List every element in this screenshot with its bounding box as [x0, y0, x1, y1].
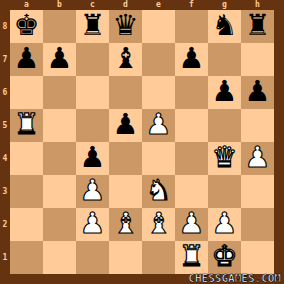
black-pawn[interactable]: ♟ — [14, 44, 40, 73]
black-pawn[interactable]: ♟ — [47, 44, 73, 73]
square-b5[interactable] — [43, 109, 76, 142]
square-f4[interactable] — [175, 142, 208, 175]
white-king[interactable]: ♚ — [212, 242, 238, 271]
square-a1[interactable] — [10, 241, 43, 274]
square-f7[interactable]: ♟ — [175, 43, 208, 76]
square-e7[interactable] — [142, 43, 175, 76]
site-watermark: CHESSGAMES.COM — [188, 273, 281, 284]
rank-labels: 87654321 — [0, 10, 10, 274]
square-e1[interactable] — [142, 241, 175, 274]
square-a6[interactable] — [10, 76, 43, 109]
square-h1[interactable] — [241, 241, 274, 274]
square-g5[interactable] — [208, 109, 241, 142]
square-e8[interactable] — [142, 10, 175, 43]
rank-label-5: 5 — [0, 109, 10, 142]
chessboard: ♚♜♛♞♜♟♟♝♟♟♟♜♟♟♟♛♟♟♞♟♝♝♟♟♜♚ — [10, 10, 274, 274]
square-g3[interactable] — [208, 175, 241, 208]
black-bishop[interactable]: ♝ — [113, 44, 139, 73]
black-pawn[interactable]: ♟ — [113, 110, 139, 139]
square-h6[interactable]: ♟ — [241, 76, 274, 109]
square-f1[interactable]: ♜ — [175, 241, 208, 274]
square-b6[interactable] — [43, 76, 76, 109]
square-d1[interactable] — [109, 241, 142, 274]
square-h3[interactable] — [241, 175, 274, 208]
black-pawn[interactable]: ♟ — [245, 77, 271, 106]
rank-label-1: 1 — [0, 241, 10, 274]
chessboard-frame: abcdefgh 87654321 ♚♜♛♞♜♟♟♝♟♟♟♜♟♟♟♛♟♟♞♟♝♝… — [0, 0, 284, 284]
square-c8[interactable]: ♜ — [76, 10, 109, 43]
square-h8[interactable]: ♜ — [241, 10, 274, 43]
black-rook[interactable]: ♜ — [245, 11, 271, 40]
square-d5[interactable]: ♟ — [109, 109, 142, 142]
square-d2[interactable]: ♝ — [109, 208, 142, 241]
square-d7[interactable]: ♝ — [109, 43, 142, 76]
rank-label-3: 3 — [0, 175, 10, 208]
file-label-e: e — [142, 0, 175, 10]
square-c3[interactable]: ♟ — [76, 175, 109, 208]
square-g7[interactable] — [208, 43, 241, 76]
black-pawn[interactable]: ♟ — [80, 143, 106, 172]
square-h5[interactable] — [241, 109, 274, 142]
black-rook[interactable]: ♜ — [80, 11, 106, 40]
file-label-b: b — [43, 0, 76, 10]
square-h4[interactable]: ♟ — [241, 142, 274, 175]
square-a8[interactable]: ♚ — [10, 10, 43, 43]
square-b7[interactable]: ♟ — [43, 43, 76, 76]
square-f2[interactable]: ♟ — [175, 208, 208, 241]
black-pawn[interactable]: ♟ — [212, 77, 238, 106]
rank-label-4: 4 — [0, 142, 10, 175]
square-b2[interactable] — [43, 208, 76, 241]
white-pawn[interactable]: ♟ — [80, 176, 106, 205]
square-h7[interactable] — [241, 43, 274, 76]
white-pawn[interactable]: ♟ — [212, 209, 238, 238]
white-pawn[interactable]: ♟ — [146, 110, 172, 139]
square-b1[interactable] — [43, 241, 76, 274]
black-king[interactable]: ♚ — [14, 11, 40, 40]
white-queen[interactable]: ♛ — [212, 143, 238, 172]
white-pawn[interactable]: ♟ — [245, 143, 271, 172]
square-e4[interactable] — [142, 142, 175, 175]
square-c4[interactable]: ♟ — [76, 142, 109, 175]
rank-label-2: 2 — [0, 208, 10, 241]
square-f6[interactable] — [175, 76, 208, 109]
square-g6[interactable]: ♟ — [208, 76, 241, 109]
square-g4[interactable]: ♛ — [208, 142, 241, 175]
square-g1[interactable]: ♚ — [208, 241, 241, 274]
square-e6[interactable] — [142, 76, 175, 109]
square-b4[interactable] — [43, 142, 76, 175]
square-a4[interactable] — [10, 142, 43, 175]
square-c1[interactable] — [76, 241, 109, 274]
square-e5[interactable]: ♟ — [142, 109, 175, 142]
square-d3[interactable] — [109, 175, 142, 208]
square-g8[interactable]: ♞ — [208, 10, 241, 43]
rank-label-7: 7 — [0, 43, 10, 76]
square-c5[interactable] — [76, 109, 109, 142]
square-f3[interactable] — [175, 175, 208, 208]
square-f8[interactable] — [175, 10, 208, 43]
white-pawn[interactable]: ♟ — [80, 209, 106, 238]
white-rook[interactable]: ♜ — [179, 242, 205, 271]
square-b3[interactable] — [43, 175, 76, 208]
square-c2[interactable]: ♟ — [76, 208, 109, 241]
square-h2[interactable] — [241, 208, 274, 241]
square-c6[interactable] — [76, 76, 109, 109]
square-g2[interactable]: ♟ — [208, 208, 241, 241]
white-bishop[interactable]: ♝ — [146, 209, 172, 238]
square-a5[interactable]: ♜ — [10, 109, 43, 142]
square-a3[interactable] — [10, 175, 43, 208]
white-knight[interactable]: ♞ — [146, 176, 172, 205]
square-a2[interactable] — [10, 208, 43, 241]
square-e3[interactable]: ♞ — [142, 175, 175, 208]
square-e2[interactable]: ♝ — [142, 208, 175, 241]
white-rook[interactable]: ♜ — [14, 110, 40, 139]
black-pawn[interactable]: ♟ — [179, 44, 205, 73]
square-d6[interactable] — [109, 76, 142, 109]
square-c7[interactable] — [76, 43, 109, 76]
black-queen[interactable]: ♛ — [113, 11, 139, 40]
white-bishop[interactable]: ♝ — [113, 209, 139, 238]
black-knight[interactable]: ♞ — [212, 11, 238, 40]
white-pawn[interactable]: ♟ — [179, 209, 205, 238]
rank-label-6: 6 — [0, 76, 10, 109]
square-b8[interactable] — [43, 10, 76, 43]
square-d8[interactable]: ♛ — [109, 10, 142, 43]
square-f5[interactable] — [175, 109, 208, 142]
square-d4[interactable] — [109, 142, 142, 175]
square-a7[interactable]: ♟ — [10, 43, 43, 76]
file-label-f: f — [175, 0, 208, 10]
rank-label-8: 8 — [0, 10, 10, 43]
